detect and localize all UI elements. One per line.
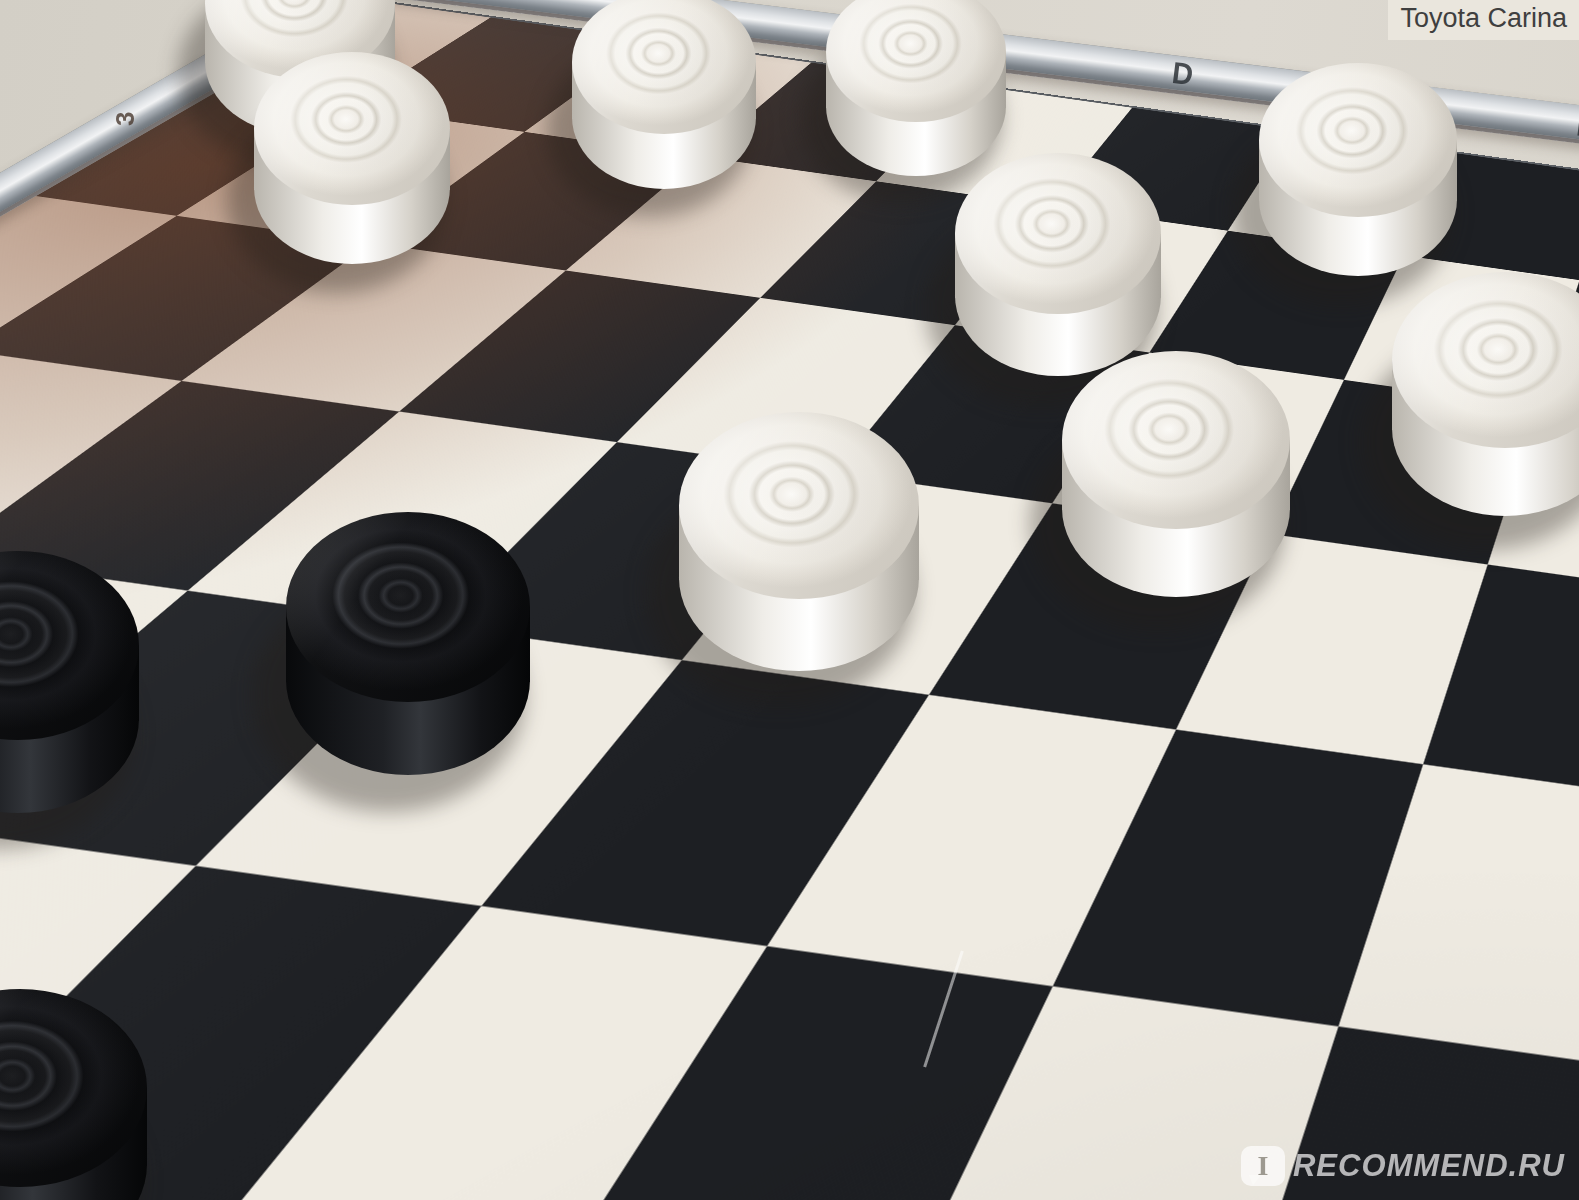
white-man[interactable] <box>1392 272 1579 516</box>
white-man[interactable] <box>1062 351 1290 597</box>
coordinate-label-3: 3 <box>110 110 141 125</box>
white-man[interactable] <box>679 412 919 671</box>
black-man[interactable] <box>286 512 530 775</box>
speech-bubble-icon: I <box>1241 1146 1285 1186</box>
piece-top-face <box>1259 63 1457 217</box>
piece-top-face <box>955 153 1161 314</box>
white-man[interactable] <box>955 153 1161 376</box>
white-man[interactable] <box>254 52 450 264</box>
coordinate-label-d: D <box>1170 56 1196 93</box>
piece-top-face <box>679 412 919 599</box>
piece-top-face <box>254 52 450 205</box>
photo-stage: D B 3 Toyota Carina I RECOMMEND.RU <box>0 0 1579 1200</box>
black-man[interactable] <box>0 551 139 813</box>
coordinate-label-partial: B <box>1575 108 1579 145</box>
watermark-logo: I RECOMMEND.RU <box>1241 1146 1565 1186</box>
piece-top-face <box>286 512 530 702</box>
white-man[interactable] <box>572 0 756 189</box>
black-man[interactable] <box>0 989 147 1200</box>
piece-top-face <box>1062 351 1290 529</box>
white-man[interactable] <box>826 0 1006 176</box>
white-man[interactable] <box>1259 63 1457 276</box>
watermark-caption: Toyota Carina <box>1388 0 1579 40</box>
watermark-logo-text: RECOMMEND.RU <box>1293 1148 1565 1184</box>
